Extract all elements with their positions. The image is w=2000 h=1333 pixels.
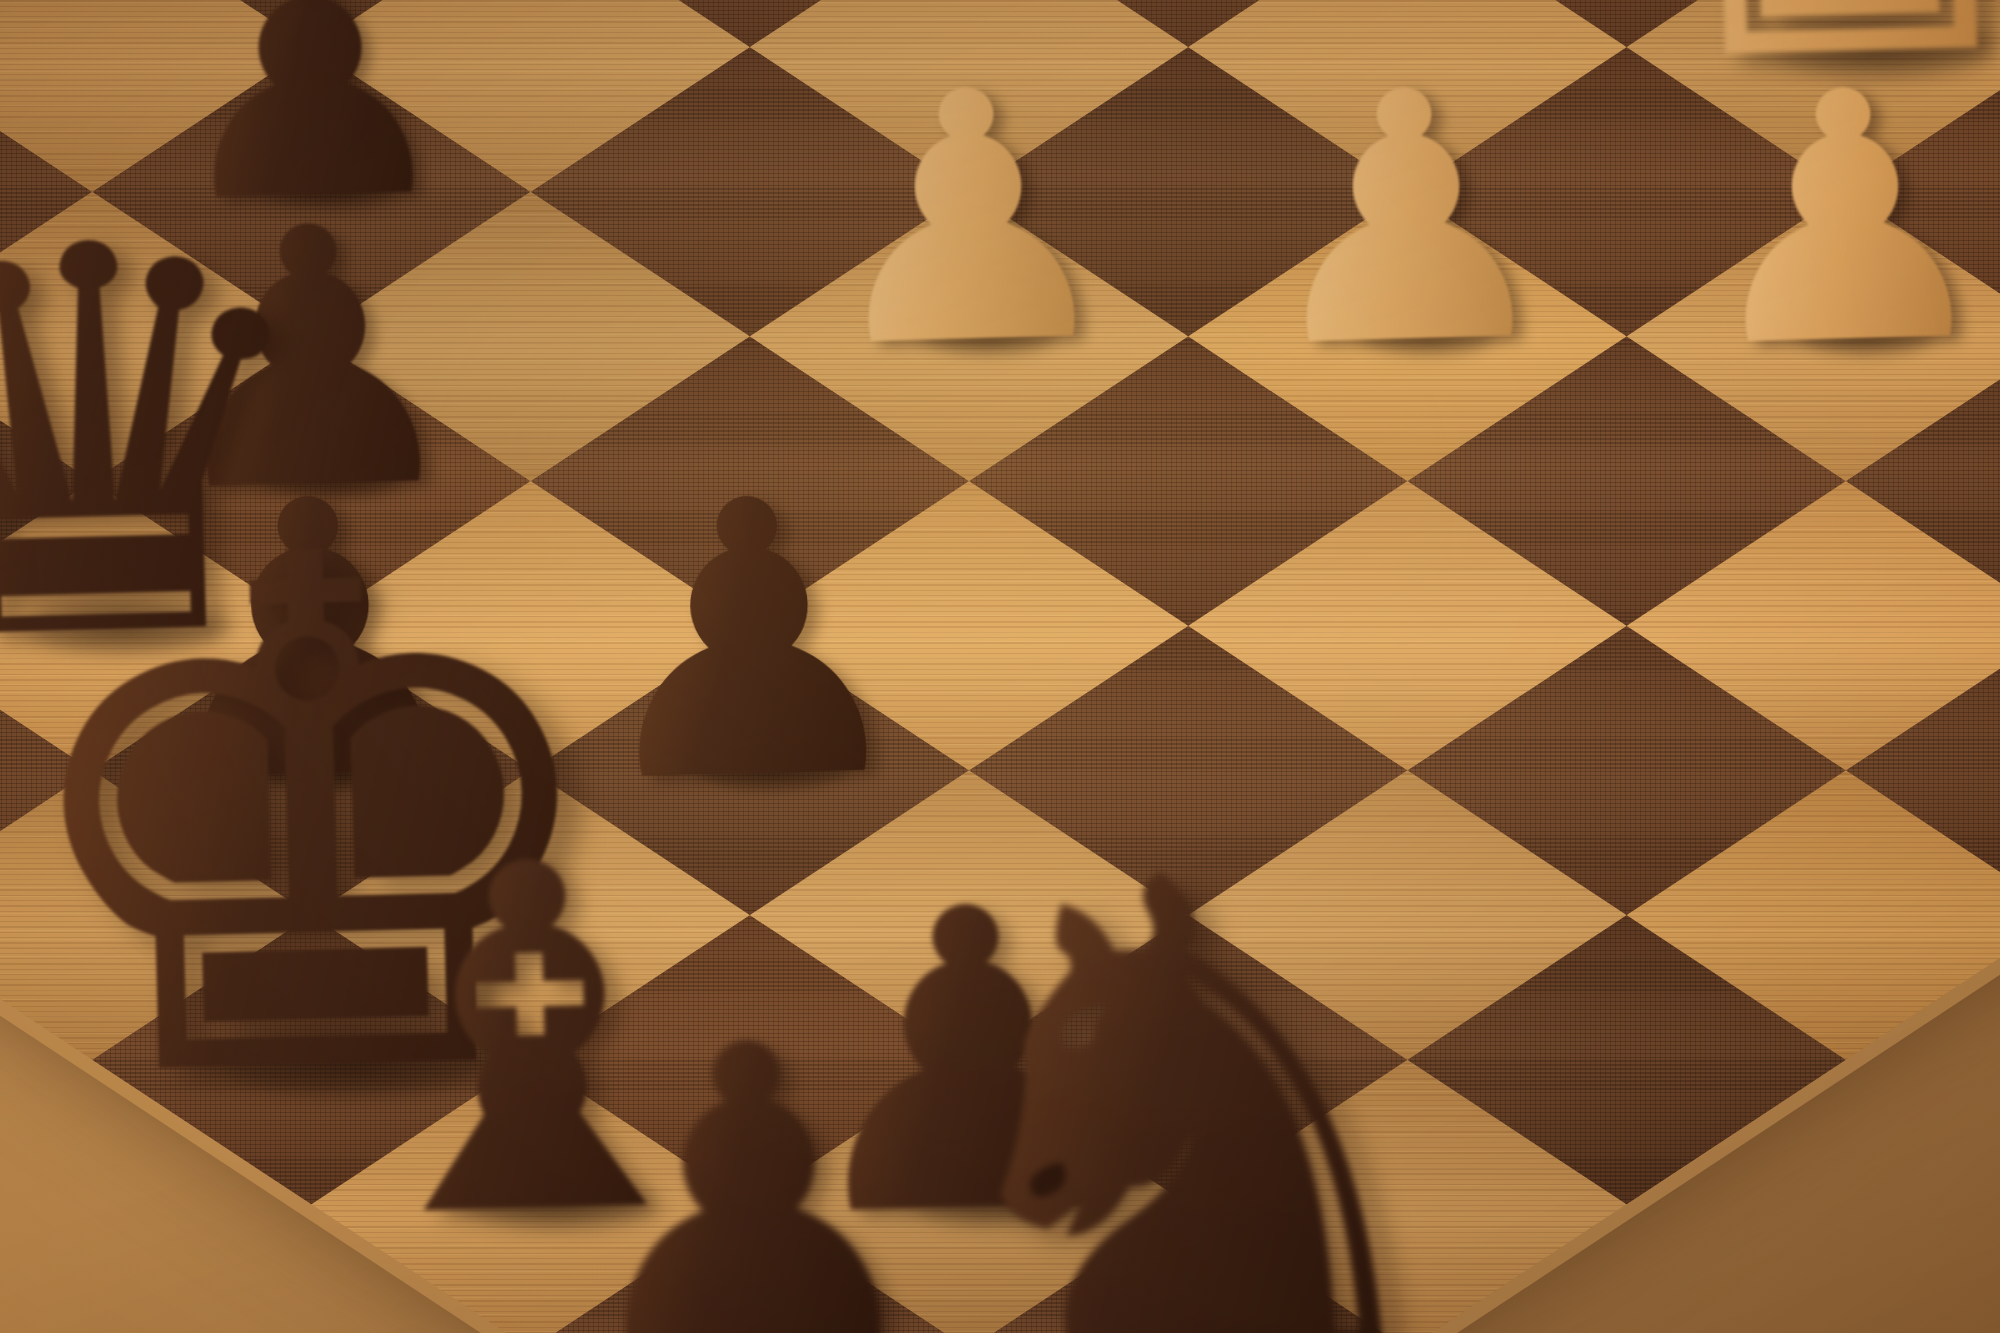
piece-white-pawn-d3[interactable]: ♟ [1249, 43, 1566, 395]
piece-black-pawn-b8[interactable]: ♟ [553, 986, 946, 1333]
piece-white-pawn-e4[interactable]: ♟ [810, 43, 1127, 395]
piece-white-pawn-c2[interactable]: ♟ [1687, 43, 2000, 395]
piece-black-knight-a7[interactable]: ♞ [884, 787, 1493, 1333]
chessboard-photo: ♚♟♟♟♟♟♟♟♟♛♚♝♟♟♞ [0, 0, 2000, 1333]
